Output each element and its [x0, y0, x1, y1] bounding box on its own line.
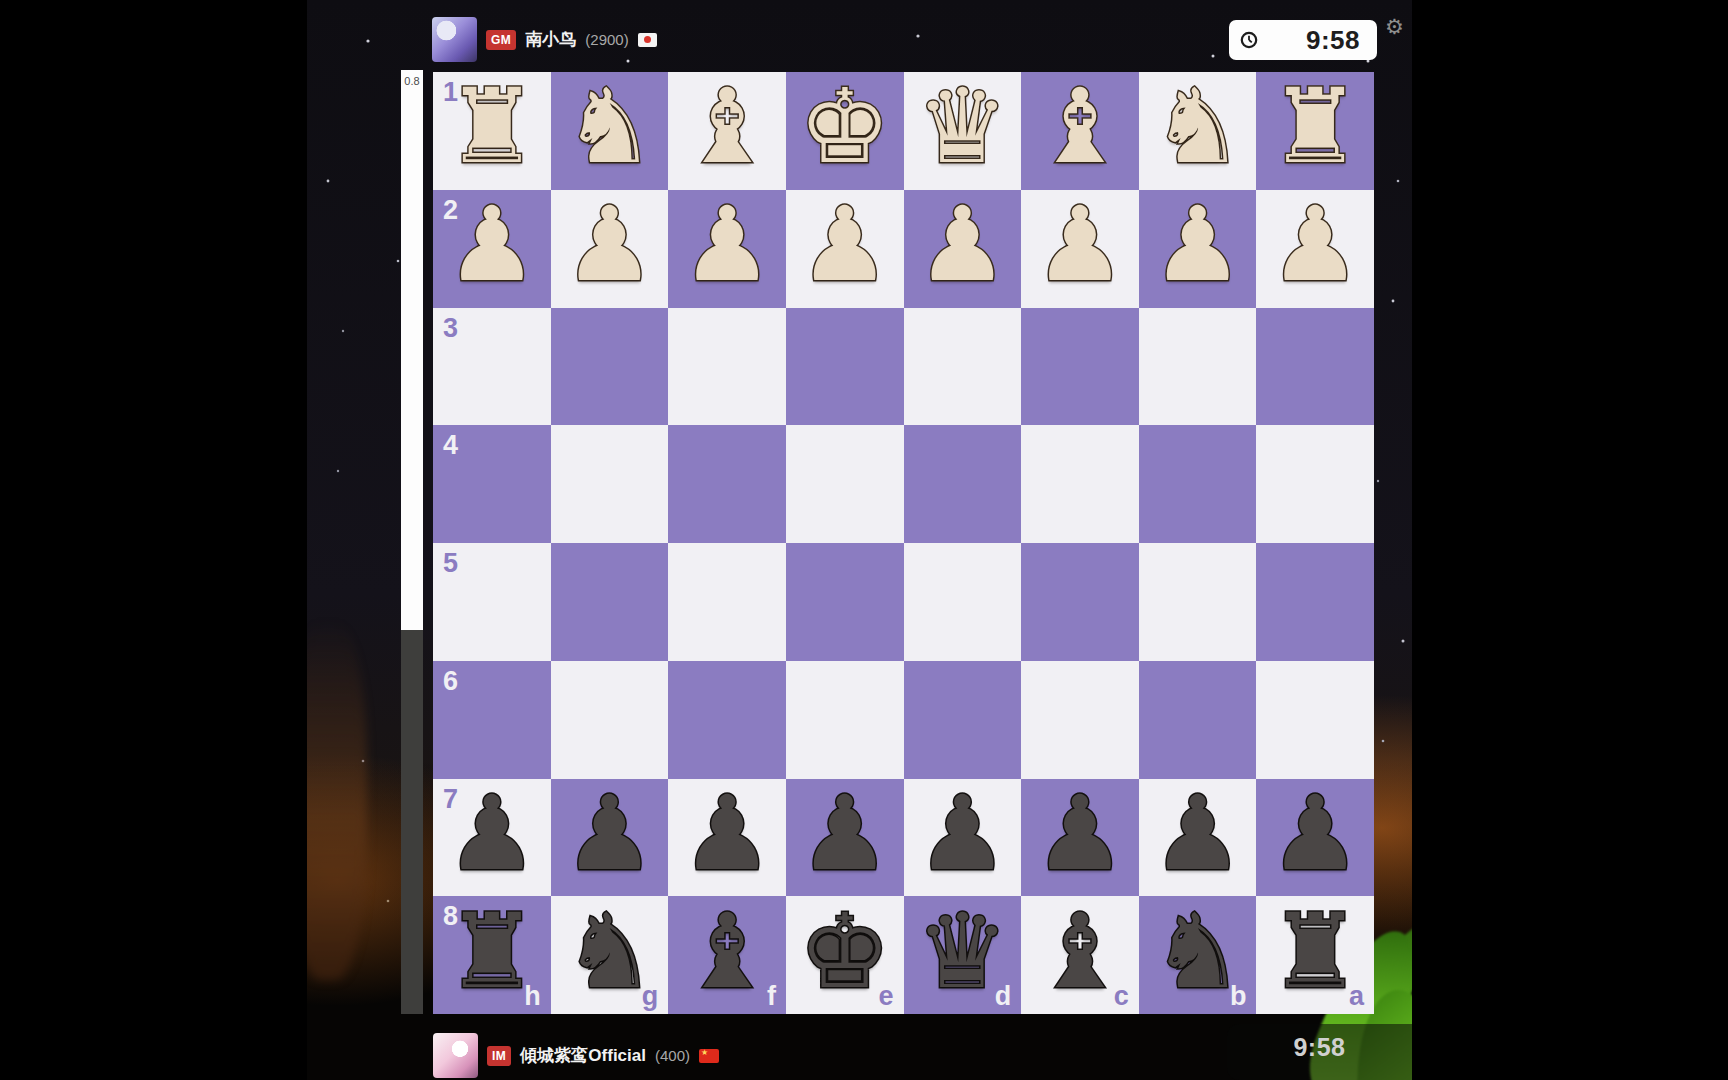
square-b1[interactable]: ♞: [1139, 72, 1257, 190]
square-g1[interactable]: ♞: [551, 72, 669, 190]
square-c5[interactable]: [1021, 543, 1139, 661]
chess-board[interactable]: 1♜♞♝♚♛♝♞♜2♟♟♟♟♟♟♟♟34567♟♟♟♟♟♟♟♟8h♜g♞f♝e♚…: [433, 72, 1374, 1014]
piece-white-rook: ♜: [1269, 75, 1361, 178]
square-d3[interactable]: [904, 308, 1022, 426]
square-d7[interactable]: ♟: [904, 779, 1022, 897]
square-h3[interactable]: 3: [433, 308, 551, 426]
rank-label-6: 6: [443, 668, 458, 695]
square-d2[interactable]: ♟: [904, 190, 1022, 308]
square-a7[interactable]: ♟: [1256, 779, 1374, 897]
piece-white-pawn: ♟: [1269, 193, 1361, 296]
square-g7[interactable]: ♟: [551, 779, 669, 897]
square-g8[interactable]: g♞: [551, 896, 669, 1014]
avatar[interactable]: [433, 1033, 478, 1078]
avatar[interactable]: [432, 17, 477, 62]
piece-white-pawn: ♟: [446, 193, 538, 296]
player-rating: (400): [655, 1047, 690, 1064]
square-e2[interactable]: ♟: [786, 190, 904, 308]
square-f4[interactable]: [668, 425, 786, 543]
square-g5[interactable]: [551, 543, 669, 661]
piece-black-rook: ♜: [446, 900, 538, 1003]
stream-screen: 0.8 1♜♞♝♚♛♝♞♜2♟♟♟♟♟♟♟♟34567♟♟♟♟♟♟♟♟8h♜g♞…: [0, 0, 1728, 1080]
square-a6[interactable]: [1256, 661, 1374, 779]
square-b5[interactable]: [1139, 543, 1257, 661]
piece-white-pawn: ♟: [799, 193, 891, 296]
square-f1[interactable]: ♝: [668, 72, 786, 190]
square-a4[interactable]: [1256, 425, 1374, 543]
square-g6[interactable]: [551, 661, 669, 779]
square-f2[interactable]: ♟: [668, 190, 786, 308]
square-a5[interactable]: [1256, 543, 1374, 661]
rank-label-4: 4: [443, 432, 458, 459]
evaluation-value: 0.8: [401, 75, 423, 87]
square-e8[interactable]: e♚: [786, 896, 904, 1014]
square-h6[interactable]: 6: [433, 661, 551, 779]
stars: [307, 0, 309, 2]
square-h7[interactable]: 7♟: [433, 779, 551, 897]
piece-black-bishop: ♝: [1034, 900, 1126, 1003]
player-rating: (2900): [585, 31, 628, 48]
square-d8[interactable]: d♛: [904, 896, 1022, 1014]
piece-black-pawn: ♟: [563, 782, 655, 885]
evaluation-bar-white-portion: [401, 70, 423, 630]
piece-white-pawn: ♟: [1034, 193, 1126, 296]
square-h1[interactable]: 1♜: [433, 72, 551, 190]
square-c4[interactable]: [1021, 425, 1139, 543]
piece-black-bishop: ♝: [681, 900, 773, 1003]
square-f8[interactable]: f♝: [668, 896, 786, 1014]
piece-black-pawn: ♟: [1034, 782, 1126, 885]
clock-icon: [1240, 31, 1258, 49]
piece-black-pawn: ♟: [1151, 782, 1243, 885]
square-e1[interactable]: ♚: [786, 72, 904, 190]
square-f7[interactable]: ♟: [668, 779, 786, 897]
piece-white-rook: ♜: [446, 75, 538, 178]
piece-black-pawn: ♟: [446, 782, 538, 885]
square-e3[interactable]: [786, 308, 904, 426]
clock-time-bottom: 9:58: [1293, 1033, 1345, 1062]
player-name[interactable]: 南小鸟: [525, 28, 576, 51]
square-c7[interactable]: ♟: [1021, 779, 1139, 897]
square-a8[interactable]: a♜: [1256, 896, 1374, 1014]
square-a3[interactable]: [1256, 308, 1374, 426]
piece-white-knight: ♞: [1151, 75, 1243, 178]
square-c8[interactable]: c♝: [1021, 896, 1139, 1014]
piece-black-knight: ♞: [1151, 900, 1243, 1003]
square-d6[interactable]: [904, 661, 1022, 779]
player-name[interactable]: 傾城紫鸾Official: [520, 1044, 646, 1067]
clock-time-top: 9:58: [1306, 25, 1360, 56]
square-c3[interactable]: [1021, 308, 1139, 426]
piece-white-queen: ♛: [916, 75, 1008, 178]
rank-label-3: 3: [443, 315, 458, 342]
title-badge: IM: [487, 1046, 511, 1066]
square-h2[interactable]: 2♟: [433, 190, 551, 308]
square-f6[interactable]: [668, 661, 786, 779]
square-c1[interactable]: ♝: [1021, 72, 1139, 190]
square-e4[interactable]: [786, 425, 904, 543]
square-h4[interactable]: 4: [433, 425, 551, 543]
square-a2[interactable]: ♟: [1256, 190, 1374, 308]
evaluation-bar: 0.8: [401, 70, 423, 1014]
japan-flag-icon: [638, 33, 657, 47]
china-flag-icon: [699, 1049, 719, 1063]
tree-silhouette: [307, 620, 367, 980]
piece-black-pawn: ♟: [799, 782, 891, 885]
square-g4[interactable]: [551, 425, 669, 543]
square-c6[interactable]: [1021, 661, 1139, 779]
piece-white-knight: ♞: [563, 75, 655, 178]
piece-black-queen: ♛: [916, 900, 1008, 1003]
square-f5[interactable]: [668, 543, 786, 661]
piece-white-bishop: ♝: [1034, 75, 1126, 178]
square-h5[interactable]: 5: [433, 543, 551, 661]
square-b7[interactable]: ♟: [1139, 779, 1257, 897]
square-b8[interactable]: b♞: [1139, 896, 1257, 1014]
square-e7[interactable]: ♟: [786, 779, 904, 897]
piece-white-king: ♚: [799, 75, 891, 178]
square-a1[interactable]: ♜: [1256, 72, 1374, 190]
square-e5[interactable]: [786, 543, 904, 661]
square-e6[interactable]: [786, 661, 904, 779]
square-c2[interactable]: ♟: [1021, 190, 1139, 308]
square-b2[interactable]: ♟: [1139, 190, 1257, 308]
square-d5[interactable]: [904, 543, 1022, 661]
piece-black-pawn: ♟: [681, 782, 773, 885]
player-bar-top: GM 南小鸟 (2900): [432, 17, 657, 62]
piece-white-pawn: ♟: [681, 193, 773, 296]
square-b6[interactable]: [1139, 661, 1257, 779]
player-bar-bottom: IM 傾城紫鸾Official (400): [433, 1033, 719, 1078]
clock-bottom: 9:58: [1227, 1024, 1412, 1080]
piece-black-rook: ♜: [1269, 900, 1361, 1003]
piece-white-bishop: ♝: [681, 75, 773, 178]
piece-white-pawn: ♟: [916, 193, 1008, 296]
square-g2[interactable]: ♟: [551, 190, 669, 308]
square-g3[interactable]: [551, 308, 669, 426]
title-badge: GM: [486, 30, 516, 50]
square-b4[interactable]: [1139, 425, 1257, 543]
piece-black-knight: ♞: [563, 900, 655, 1003]
piece-white-pawn: ♟: [1151, 193, 1243, 296]
piece-black-king: ♚: [799, 900, 891, 1003]
square-f3[interactable]: [668, 308, 786, 426]
square-d1[interactable]: ♛: [904, 72, 1022, 190]
square-h8[interactable]: 8h♜: [433, 896, 551, 1014]
piece-white-pawn: ♟: [563, 193, 655, 296]
gear-icon[interactable]: ⚙: [1385, 17, 1404, 38]
square-d4[interactable]: [904, 425, 1022, 543]
piece-black-pawn: ♟: [1269, 782, 1361, 885]
rank-label-5: 5: [443, 550, 458, 577]
square-b3[interactable]: [1139, 308, 1257, 426]
piece-black-pawn: ♟: [916, 782, 1008, 885]
clock-top: 9:58: [1229, 20, 1377, 60]
